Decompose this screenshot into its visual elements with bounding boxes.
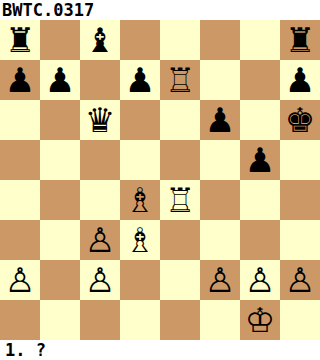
square-f2[interactable]: ♙ — [200, 260, 240, 300]
piece-white-pawn: ♙ — [205, 260, 235, 300]
piece-black-rook: ♜ — [5, 20, 35, 60]
square-a6[interactable] — [0, 100, 40, 140]
square-f5[interactable] — [200, 140, 240, 180]
square-g1[interactable]: ♔ — [240, 300, 280, 340]
square-d5[interactable] — [120, 140, 160, 180]
square-g2[interactable]: ♙ — [240, 260, 280, 300]
square-b2[interactable] — [40, 260, 80, 300]
piece-white-pawn: ♙ — [85, 220, 115, 260]
square-h3[interactable] — [280, 220, 320, 260]
piece-black-pawn: ♟ — [45, 60, 75, 100]
square-h5[interactable] — [280, 140, 320, 180]
piece-white-bishop: ♗ — [125, 180, 155, 220]
square-a1[interactable] — [0, 300, 40, 340]
square-g4[interactable] — [240, 180, 280, 220]
square-a8[interactable]: ♜ — [0, 20, 40, 60]
square-d8[interactable] — [120, 20, 160, 60]
square-e4[interactable]: ♖ — [160, 180, 200, 220]
square-h7[interactable]: ♟ — [280, 60, 320, 100]
square-h8[interactable]: ♜ — [280, 20, 320, 60]
square-e2[interactable] — [160, 260, 200, 300]
square-g3[interactable] — [240, 220, 280, 260]
piece-white-rook: ♖ — [165, 180, 195, 220]
square-g5[interactable]: ♟ — [240, 140, 280, 180]
square-f1[interactable] — [200, 300, 240, 340]
piece-white-rook: ♖ — [165, 60, 195, 100]
square-a7[interactable]: ♟ — [0, 60, 40, 100]
square-b8[interactable] — [40, 20, 80, 60]
square-d6[interactable] — [120, 100, 160, 140]
piece-black-bishop: ♝ — [85, 20, 115, 60]
square-f3[interactable] — [200, 220, 240, 260]
square-c8[interactable]: ♝ — [80, 20, 120, 60]
move-prompt: 1. ? — [0, 340, 320, 360]
square-b5[interactable] — [40, 140, 80, 180]
square-d3[interactable]: ♗ — [120, 220, 160, 260]
piece-black-pawn: ♟ — [285, 60, 315, 100]
square-c1[interactable] — [80, 300, 120, 340]
square-e8[interactable] — [160, 20, 200, 60]
square-c7[interactable] — [80, 60, 120, 100]
square-b3[interactable] — [40, 220, 80, 260]
square-e7[interactable]: ♖ — [160, 60, 200, 100]
square-c2[interactable]: ♙ — [80, 260, 120, 300]
puzzle-id-label: BWTC.0317 — [0, 0, 320, 20]
piece-white-pawn: ♙ — [85, 260, 115, 300]
square-e6[interactable] — [160, 100, 200, 140]
piece-black-rook: ♜ — [285, 20, 315, 60]
chess-board: ♜♝♜♟♟♟♖♟♛♟♚♟♗♖♙♗♙♙♙♙♙♔ — [0, 20, 320, 340]
square-e3[interactable] — [160, 220, 200, 260]
square-h2[interactable]: ♙ — [280, 260, 320, 300]
piece-black-pawn: ♟ — [245, 140, 275, 180]
square-f7[interactable] — [200, 60, 240, 100]
square-f6[interactable]: ♟ — [200, 100, 240, 140]
square-b1[interactable] — [40, 300, 80, 340]
piece-black-pawn: ♟ — [125, 60, 155, 100]
piece-white-pawn: ♙ — [285, 260, 315, 300]
square-g6[interactable] — [240, 100, 280, 140]
piece-white-pawn: ♙ — [5, 260, 35, 300]
square-h6[interactable]: ♚ — [280, 100, 320, 140]
square-c6[interactable]: ♛ — [80, 100, 120, 140]
piece-black-pawn: ♟ — [205, 100, 235, 140]
square-c3[interactable]: ♙ — [80, 220, 120, 260]
square-f8[interactable] — [200, 20, 240, 60]
piece-white-bishop: ♗ — [125, 220, 155, 260]
piece-black-king: ♚ — [285, 100, 315, 140]
square-b7[interactable]: ♟ — [40, 60, 80, 100]
square-e1[interactable] — [160, 300, 200, 340]
square-d2[interactable] — [120, 260, 160, 300]
square-b6[interactable] — [40, 100, 80, 140]
piece-white-pawn: ♙ — [245, 260, 275, 300]
square-f4[interactable] — [200, 180, 240, 220]
square-a4[interactable] — [0, 180, 40, 220]
square-a5[interactable] — [0, 140, 40, 180]
square-c4[interactable] — [80, 180, 120, 220]
square-c5[interactable] — [80, 140, 120, 180]
piece-black-queen: ♛ — [85, 100, 115, 140]
square-a2[interactable]: ♙ — [0, 260, 40, 300]
square-h4[interactable] — [280, 180, 320, 220]
square-a3[interactable] — [0, 220, 40, 260]
piece-white-king: ♔ — [245, 300, 275, 340]
square-g8[interactable] — [240, 20, 280, 60]
square-d1[interactable] — [120, 300, 160, 340]
square-d7[interactable]: ♟ — [120, 60, 160, 100]
square-e5[interactable] — [160, 140, 200, 180]
square-d4[interactable]: ♗ — [120, 180, 160, 220]
square-g7[interactable] — [240, 60, 280, 100]
square-h1[interactable] — [280, 300, 320, 340]
piece-black-pawn: ♟ — [5, 60, 35, 100]
square-b4[interactable] — [40, 180, 80, 220]
